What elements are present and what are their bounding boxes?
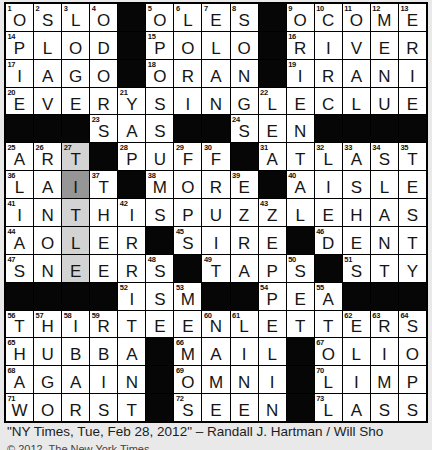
grid-cell[interactable]: 40A	[287, 171, 314, 198]
clue-number: 44	[8, 227, 16, 236]
cell-letter: I	[17, 207, 22, 224]
cell-letter: T	[323, 318, 333, 335]
grid-cell[interactable]: N	[259, 394, 286, 421]
grid-cell[interactable]: A	[34, 60, 61, 87]
cell-letter: N	[378, 235, 390, 252]
cell-letter: S	[407, 402, 418, 419]
grid-cell[interactable]: 3L	[62, 4, 89, 31]
clue-number: 41	[8, 199, 16, 208]
clue-number: 13	[400, 4, 408, 13]
grid-cell[interactable]: 65H	[6, 338, 33, 365]
grid-cell[interactable]: Z	[231, 199, 258, 226]
grid-cell[interactable]: 36L	[6, 171, 33, 198]
cell-letter: L	[267, 96, 276, 113]
grid-cell[interactable]: P	[399, 366, 426, 393]
grid-cell[interactable]: 29F	[174, 143, 201, 170]
grid-cell[interactable]: 2S	[34, 4, 61, 31]
grid-cell[interactable]: E	[259, 227, 286, 254]
clue-number: 39	[232, 171, 240, 180]
grid-cell[interactable]: 4O	[90, 4, 117, 31]
clue-number: 4	[92, 4, 96, 13]
clue-number: 61	[232, 311, 240, 320]
clue-number: 26	[36, 143, 44, 152]
cell-letter: R	[238, 235, 250, 252]
cell-letter: S	[154, 263, 165, 280]
grid-cell[interactable]: G	[231, 88, 258, 115]
clue-number: 64	[400, 311, 408, 320]
cell-letter: C	[322, 96, 334, 113]
clue-number: 8	[232, 4, 236, 13]
cell-letter: A	[126, 346, 137, 363]
grid-cell[interactable]: V	[34, 88, 61, 115]
cell-letter: A	[210, 68, 221, 85]
cell-letter: S	[154, 207, 165, 224]
grid-cell[interactable]: 49T	[202, 255, 229, 282]
cell-letter: A	[238, 263, 249, 280]
grid-cell[interactable]: L	[371, 171, 398, 198]
grid-cell[interactable]: 57H	[34, 311, 61, 338]
grid-cell[interactable]: R	[118, 227, 145, 254]
grid-cell[interactable]: 72S	[174, 394, 201, 421]
grid-cell[interactable]: 22L	[259, 88, 286, 115]
cell-letter: P	[266, 263, 277, 280]
grid-cell[interactable]: 55A	[315, 283, 342, 310]
grid-cell[interactable]: 32L	[315, 143, 342, 170]
grid-cell[interactable]: E	[202, 394, 229, 421]
copyright-line: © 2012, The New York Times	[7, 443, 149, 450]
clue-number: 54	[260, 283, 268, 292]
grid-cell[interactable]: S	[146, 283, 173, 310]
grid-cell[interactable]: P	[174, 199, 201, 226]
grid-cell[interactable]: M	[371, 366, 398, 393]
grid-cell[interactable]: R	[174, 60, 201, 87]
grid-cell[interactable]: 26R	[34, 143, 61, 170]
grid-cell[interactable]: N	[34, 255, 61, 282]
grid-cell[interactable]: 52I	[118, 283, 145, 310]
grid-cell[interactable]: 62E	[343, 311, 370, 338]
grid-cell[interactable]: E	[259, 311, 286, 338]
cell-letter: T	[70, 151, 80, 168]
cell-letter: R	[322, 68, 334, 85]
cell-letter: R	[41, 151, 53, 168]
grid-cell[interactable]: I	[315, 171, 342, 198]
cell-letter: A	[351, 151, 362, 168]
black-cell	[315, 255, 342, 282]
grid-cell[interactable]: 48S	[146, 255, 173, 282]
grid-cell[interactable]: 10C	[315, 4, 342, 31]
grid-cell[interactable]: E	[231, 394, 258, 421]
grid-cell[interactable]: U	[146, 143, 173, 170]
grid-cell[interactable]: R	[315, 60, 342, 87]
cell-letter: L	[71, 12, 80, 29]
grid-cell[interactable]: 42I	[118, 199, 145, 226]
grid-cell[interactable]: 15P	[146, 32, 173, 59]
cell-letter: I	[186, 96, 191, 113]
grid-cell[interactable]: I	[231, 338, 258, 365]
clue-number: 7	[204, 4, 208, 13]
grid-cell[interactable]: 33A	[343, 143, 370, 170]
grid-cell[interactable]: S	[343, 171, 370, 198]
grid-cell[interactable]: 58I	[62, 311, 89, 338]
cell-letter: I	[129, 291, 134, 308]
grid-cell[interactable]: U	[371, 88, 398, 115]
grid-cell[interactable]: S	[146, 115, 173, 142]
black-cell	[259, 60, 286, 87]
cell-letter: O	[97, 12, 110, 29]
grid-cell[interactable]: E	[287, 88, 314, 115]
grid-cell[interactable]: E	[259, 115, 286, 142]
grid-cell[interactable]: 20E	[6, 88, 33, 115]
grid-cell[interactable]: T	[118, 394, 145, 421]
grid-cell[interactable]: V	[343, 32, 370, 59]
grid-cell[interactable]: I	[343, 366, 370, 393]
grid-cell[interactable]: 23S	[90, 115, 117, 142]
black-cell	[202, 115, 229, 142]
grid-cell[interactable]: N	[231, 366, 258, 393]
grid-cell[interactable]: O	[34, 394, 61, 421]
clue-number: 68	[8, 366, 16, 375]
grid-cell[interactable]: 63R	[371, 311, 398, 338]
grid-cell[interactable]: 11O	[343, 4, 370, 31]
grid-cell[interactable]: 46D	[315, 227, 342, 254]
grid-cell[interactable]: 17I	[6, 60, 33, 87]
grid-cell[interactable]: 38M	[146, 171, 173, 198]
cell-letter: S	[14, 263, 25, 280]
grid-cell[interactable]: R	[62, 394, 89, 421]
grid-cell[interactable]: S	[90, 394, 117, 421]
grid-cell[interactable]: 41I	[6, 199, 33, 226]
grid-cell[interactable]: 6L	[174, 4, 201, 31]
clue-number: 55	[316, 283, 324, 292]
grid-cell[interactable]: 24S	[231, 115, 258, 142]
grid-cell[interactable]: E	[343, 227, 370, 254]
cell-letter: M	[377, 12, 391, 29]
cell-letter: E	[266, 318, 277, 335]
grid-cell[interactable]: H	[343, 199, 370, 226]
grid-cell[interactable]: A	[62, 366, 89, 393]
grid-cell[interactable]: L	[34, 32, 61, 59]
grid-cell[interactable]: 18O	[146, 60, 173, 87]
black-cell	[371, 115, 398, 142]
grid-cell[interactable]: E	[90, 255, 117, 282]
cell-letter: B	[98, 346, 109, 363]
grid-cell[interactable]: R	[202, 171, 229, 198]
cell-letter: L	[295, 207, 304, 224]
grid-cell[interactable]: S	[146, 88, 173, 115]
cell-letter: I	[129, 207, 134, 224]
clue-number: 33	[344, 143, 352, 152]
clue-number: 67	[316, 338, 324, 347]
grid-cell[interactable]: I	[259, 366, 286, 393]
cell-letter: E	[379, 40, 390, 57]
black-cell	[371, 283, 398, 310]
grid-cell[interactable]: T	[399, 227, 426, 254]
grid-cell[interactable]: 44A	[6, 227, 33, 254]
shaded-cell[interactable]: E	[62, 255, 89, 282]
grid-cell[interactable]: 12M	[371, 4, 398, 31]
shaded-cell[interactable]: L	[62, 227, 89, 254]
grid-cell[interactable]: 53M	[174, 283, 201, 310]
grid-cell[interactable]: 56T	[6, 311, 33, 338]
grid-cell[interactable]: N	[287, 115, 314, 142]
cell-letter: N	[210, 96, 222, 113]
grid-cell[interactable]: N	[231, 60, 258, 87]
cell-letter: I	[242, 346, 247, 363]
grid-cell[interactable]: 50S	[287, 255, 314, 282]
clue-number: 28	[120, 143, 128, 152]
black-cell	[287, 366, 314, 393]
black-cell	[287, 227, 314, 254]
grid-cell[interactable]: 61L	[231, 311, 258, 338]
grid-cell[interactable]: I	[174, 88, 201, 115]
clue-number: 73	[316, 394, 324, 403]
grid-cell[interactable]: L	[343, 88, 370, 115]
grid-cell[interactable]: A	[343, 60, 370, 87]
cell-letter: T	[127, 318, 137, 335]
grid-cell[interactable]: N	[202, 88, 229, 115]
grid-cell[interactable]: S	[371, 394, 398, 421]
grid-cell[interactable]: 16R	[287, 32, 314, 59]
grid-cell[interactable]: C	[315, 88, 342, 115]
cell-letter: S	[98, 402, 109, 419]
shaded-cell[interactable]: T	[62, 199, 89, 226]
grid-cell[interactable]: 68A	[6, 366, 33, 393]
grid-cell[interactable]: 30F	[202, 143, 229, 170]
grid-cell[interactable]: A	[202, 338, 229, 365]
grid-cell[interactable]: 8S	[231, 4, 258, 31]
grid-cell[interactable]: E	[399, 171, 426, 198]
grid-cell[interactable]: 14P	[6, 32, 33, 59]
grid-cell[interactable]: R	[118, 255, 145, 282]
clue-number: 12	[372, 4, 380, 13]
cell-letter: A	[323, 291, 334, 308]
grid-cell[interactable]: A	[118, 338, 145, 365]
grid-cell[interactable]: N	[118, 366, 145, 393]
black-cell	[287, 394, 314, 421]
grid-cell[interactable]: T	[371, 255, 398, 282]
grid-cell[interactable]: S	[146, 199, 173, 226]
grid-cell[interactable]: 43Z	[259, 199, 286, 226]
grid-cell[interactable]: B	[62, 338, 89, 365]
grid-cell[interactable]: A	[343, 394, 370, 421]
cell-letter: N	[41, 207, 53, 224]
clue-number: 29	[176, 143, 184, 152]
cell-letter: R	[126, 263, 138, 280]
cell-letter: S	[295, 263, 306, 280]
cell-letter: T	[127, 402, 137, 419]
cell-letter: P	[407, 374, 418, 391]
grid-cell[interactable]: O	[399, 338, 426, 365]
black-cell	[259, 32, 286, 59]
grid-cell[interactable]: 1O	[6, 4, 33, 31]
grid-cell[interactable]: S	[399, 394, 426, 421]
grid-cell[interactable]: A	[371, 199, 398, 226]
grid-cell[interactable]: M	[202, 366, 229, 393]
grid-cell[interactable]: B	[90, 338, 117, 365]
cell-letter: A	[42, 179, 53, 196]
grid-cell[interactable]: E	[371, 32, 398, 59]
grid-cell[interactable]: 34S	[371, 143, 398, 170]
grid-cell[interactable]: L	[343, 338, 370, 365]
grid-cell[interactable]: 45S	[174, 227, 201, 254]
black-cell	[315, 115, 342, 142]
clue-number: 66	[176, 338, 184, 347]
grid-cell[interactable]: 39E	[231, 171, 258, 198]
grid-cell[interactable]: O	[231, 32, 258, 59]
clue-number: 43	[260, 199, 268, 208]
grid-cell[interactable]: 5O	[146, 4, 173, 31]
clue-number: 71	[8, 394, 16, 403]
grid-cell[interactable]: N	[371, 227, 398, 254]
cell-letter: S	[407, 318, 418, 335]
grid-cell[interactable]: A	[202, 60, 229, 87]
grid-cell[interactable]: 67O	[315, 338, 342, 365]
grid-cell[interactable]: 47S	[6, 255, 33, 282]
grid-cell[interactable]: 71W	[6, 394, 33, 421]
grid-cell[interactable]: U	[34, 338, 61, 365]
grid-cell[interactable]: P	[259, 255, 286, 282]
grid-cell[interactable]: N	[371, 60, 398, 87]
grid-cell[interactable]: G	[62, 60, 89, 87]
grid-cell[interactable]: 13E	[399, 4, 426, 31]
grid-cell[interactable]: G	[34, 366, 61, 393]
grid-cell[interactable]: 21Y	[118, 88, 145, 115]
grid-cell[interactable]: 64S	[399, 311, 426, 338]
grid-cell[interactable]: T	[287, 143, 314, 170]
clue-number: 5	[148, 4, 152, 13]
cell-letter: S	[154, 96, 165, 113]
black-cell	[34, 115, 61, 142]
clue-number: 20	[8, 88, 16, 97]
cell-letter: V	[42, 96, 53, 113]
grid-cell[interactable]: A	[34, 171, 61, 198]
grid-cell[interactable]: 19I	[287, 60, 314, 87]
grid-cell[interactable]: I	[399, 60, 426, 87]
cell-letter: E	[295, 291, 306, 308]
grid-cell[interactable]: 28P	[118, 143, 145, 170]
grid-cell[interactable]: 9O	[287, 4, 314, 31]
grid-cell[interactable]: A	[231, 255, 258, 282]
cell-letter: E	[323, 207, 334, 224]
cell-letter: I	[354, 374, 359, 391]
clue-number: 48	[148, 255, 156, 264]
black-cell	[343, 115, 370, 142]
grid-cell[interactable]: S	[399, 199, 426, 226]
grid-cell[interactable]: T	[287, 311, 314, 338]
cell-letter: S	[154, 123, 165, 140]
grid-cell[interactable]: U	[202, 199, 229, 226]
grid-cell[interactable]: T	[315, 311, 342, 338]
cell-letter: E	[295, 96, 306, 113]
grid-cell[interactable]: 35T	[399, 143, 426, 170]
cell-letter: E	[238, 402, 249, 419]
grid-cell[interactable]: 25A	[6, 143, 33, 170]
grid-cell[interactable]: O	[90, 60, 117, 87]
cell-letter: O	[322, 346, 335, 363]
shaded-cell[interactable]: 27T	[62, 143, 89, 170]
grid-cell[interactable]: 54P	[259, 283, 286, 310]
grid-cell[interactable]: 73L	[315, 394, 342, 421]
grid-cell[interactable]: A	[118, 115, 145, 142]
cell-letter: M	[181, 346, 195, 363]
grid-cell[interactable]: E	[90, 227, 117, 254]
crossword-app: 1O2S3L4O5O6L7E8S9O10C11O12M13E14PLOD15PO…	[0, 0, 432, 450]
cell-letter: S	[351, 179, 362, 196]
grid-cell[interactable]: D	[90, 32, 117, 59]
clue-number: 21	[120, 88, 128, 97]
clue-number: 69	[176, 366, 184, 375]
black-cell	[231, 143, 258, 170]
grid-cell[interactable]: O	[174, 32, 201, 59]
cell-letter: I	[73, 318, 78, 335]
cell-letter: Y	[407, 263, 418, 280]
grid-cell[interactable]: 7E	[202, 4, 229, 31]
cell-letter: S	[379, 151, 390, 168]
grid-cell[interactable]: E	[174, 311, 201, 338]
grid-cell[interactable]: I	[371, 338, 398, 365]
black-cell	[118, 60, 145, 87]
grid-cell[interactable]: E	[315, 199, 342, 226]
clue-number: 22	[260, 88, 268, 97]
selected-cell[interactable]: I	[62, 171, 89, 198]
grid-cell[interactable]: E	[62, 88, 89, 115]
grid-cell[interactable]: T	[118, 311, 145, 338]
grid-cell[interactable]: 60N	[202, 311, 229, 338]
clue-number: 40	[288, 171, 296, 180]
grid-cell[interactable]: 37T	[90, 171, 117, 198]
grid-cell[interactable]: E	[287, 283, 314, 310]
cell-letter: O	[41, 235, 54, 252]
grid-cell[interactable]: 66M	[174, 338, 201, 365]
cell-letter: O	[237, 40, 250, 57]
grid-cell[interactable]: I	[90, 366, 117, 393]
grid-cell[interactable]: O	[62, 32, 89, 59]
cell-letter: G	[41, 374, 54, 391]
cell-letter: A	[351, 402, 362, 419]
grid-cell[interactable]: E	[399, 88, 426, 115]
grid-cell[interactable]: 59R	[90, 311, 117, 338]
cell-letter: I	[298, 68, 303, 85]
grid-cell[interactable]: H	[90, 199, 117, 226]
black-cell	[287, 338, 314, 365]
grid-cell[interactable]: 31A	[259, 143, 286, 170]
cell-letter: M	[153, 179, 167, 196]
grid-cell[interactable]: I	[202, 227, 229, 254]
cell-letter: I	[17, 68, 22, 85]
grid-cell[interactable]: O	[34, 227, 61, 254]
cell-letter: E	[351, 235, 362, 252]
grid-cell[interactable]: L	[287, 199, 314, 226]
grid-cell[interactable]: N	[34, 199, 61, 226]
grid-cell[interactable]: 51S	[343, 255, 370, 282]
grid-cell[interactable]: I	[315, 32, 342, 59]
clue-number: 46	[316, 227, 324, 236]
grid-cell[interactable]: R	[231, 227, 258, 254]
black-cell	[34, 283, 61, 310]
cell-letter: D	[322, 235, 334, 252]
grid-cell[interactable]: L	[202, 32, 229, 59]
grid-cell[interactable]: L	[259, 338, 286, 365]
grid-cell[interactable]: E	[146, 311, 173, 338]
grid-cell[interactable]: Y	[399, 255, 426, 282]
black-cell	[399, 115, 426, 142]
grid-cell[interactable]: O	[174, 171, 201, 198]
cell-letter: F	[183, 151, 193, 168]
grid-cell[interactable]: 70L	[315, 366, 342, 393]
grid-cell[interactable]: R	[399, 32, 426, 59]
grid-cell[interactable]: R	[90, 88, 117, 115]
grid-cell[interactable]: 69O	[174, 366, 201, 393]
